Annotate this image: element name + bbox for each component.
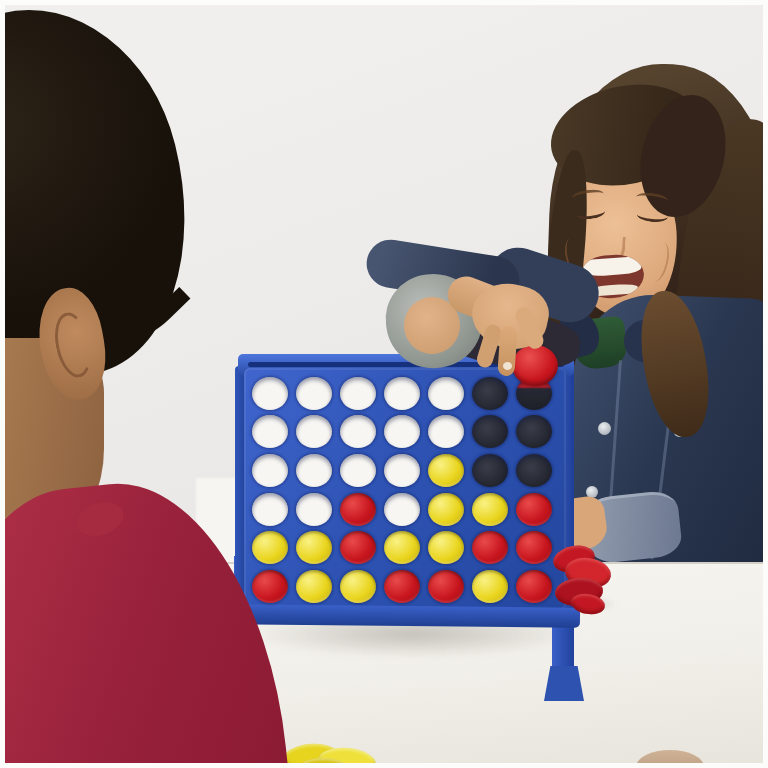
board-cell-r3c7-empty (516, 454, 552, 487)
board-cell-r6c1-red-disc (252, 570, 288, 603)
board-cell-r2c5-empty (428, 415, 464, 448)
board-cell-r3c6-empty (472, 454, 508, 487)
board-cell-r2c4-empty (384, 415, 420, 448)
board-cell-r1c3-empty (340, 377, 376, 410)
board-cell-r4c5-yellow-disc (428, 493, 464, 526)
board-cell-r5c2-yellow-disc (296, 531, 332, 564)
board-cell-r3c5-yellow-disc (428, 454, 464, 487)
photo-scene (0, 0, 768, 768)
board-cell-r3c1-empty (252, 454, 288, 487)
board-cell-r4c3-red-disc (340, 493, 376, 526)
board-cell-r4c4-empty (384, 493, 420, 526)
board-cell-r5c6-red-disc (472, 531, 508, 564)
board-right-foot (544, 666, 584, 701)
board-cell-r4c7-red-disc (516, 493, 552, 526)
board-cell-r5c5-yellow-disc (428, 531, 464, 564)
board-cell-r6c6-yellow-disc (472, 570, 508, 603)
board-cell-r6c4-red-disc (384, 570, 420, 603)
board-cell-r5c7-red-disc (516, 531, 552, 564)
board-cell-r6c3-yellow-disc (340, 570, 376, 603)
board-hole-grid (248, 374, 556, 606)
jacket-button (598, 422, 611, 435)
board-cell-r3c3-empty (340, 454, 376, 487)
board-cell-r5c4-yellow-disc (384, 531, 420, 564)
board-cell-r1c2-empty (296, 377, 332, 410)
board-cell-r6c2-yellow-disc (296, 570, 332, 603)
board-cell-r6c7-red-disc (516, 570, 552, 603)
board-cell-r2c3-empty (340, 415, 376, 448)
girl-fingernail (503, 362, 512, 370)
board-cell-r5c1-yellow-disc (252, 531, 288, 564)
board-bottom-rail (232, 604, 580, 628)
board-cell-r3c4-empty (384, 454, 420, 487)
board-cell-r1c5-empty (428, 377, 464, 410)
board-cell-r4c2-empty (296, 493, 332, 526)
board-cell-r5c3-red-disc (340, 531, 376, 564)
red-disc-being-dropped (512, 345, 558, 386)
board-cell-r6c5-red-disc (428, 570, 464, 603)
board-cell-r3c2-empty (296, 454, 332, 487)
board-cell-r1c4-empty (384, 377, 420, 410)
board-cell-r2c1-empty (252, 415, 288, 448)
board-cell-r1c1-empty (252, 377, 288, 410)
board-cell-r2c6-empty (472, 415, 508, 448)
board-cell-r1c6-empty (472, 377, 508, 410)
board-cell-r2c7-empty (516, 415, 552, 448)
board-cell-r4c1-empty (252, 493, 288, 526)
board-cell-r2c2-empty (296, 415, 332, 448)
board-cell-r4c6-yellow-disc (472, 493, 508, 526)
